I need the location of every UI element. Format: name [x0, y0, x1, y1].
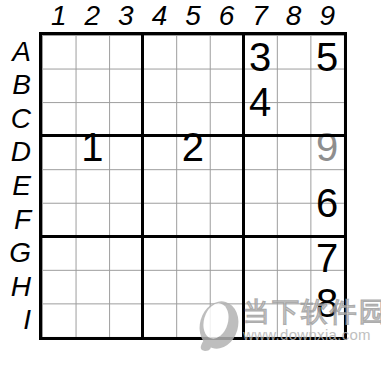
cell-A6[interactable]: [210, 35, 244, 80]
column-label-5: 5: [176, 0, 210, 31]
cell-I7[interactable]: [243, 326, 277, 337]
cell-D5[interactable]: [176, 170, 210, 181]
cell-G7[interactable]: [243, 236, 277, 281]
column-label-7: 7: [243, 0, 277, 31]
cell-C4[interactable]: [143, 125, 177, 170]
cell-F6[interactable]: [210, 226, 244, 237]
cell-I2[interactable]: [76, 326, 110, 337]
cell-D9[interactable]: [310, 170, 344, 181]
cell-E6[interactable]: [210, 181, 244, 226]
cell-H7[interactable]: [243, 281, 277, 326]
cell-A4[interactable]: [143, 35, 177, 80]
cell-G3[interactable]: [109, 236, 143, 281]
cell-F4[interactable]: [143, 226, 177, 237]
cell-E3[interactable]: [109, 181, 143, 226]
cell-G9[interactable]: 7: [310, 236, 344, 281]
cell-F1[interactable]: [42, 226, 76, 237]
cell-F7[interactable]: [243, 226, 277, 237]
cell-D4[interactable]: [143, 170, 177, 181]
cell-E1[interactable]: [42, 181, 76, 226]
row-label-F: F: [0, 203, 34, 237]
cell-H1[interactable]: [42, 281, 76, 326]
column-label-9: 9: [310, 0, 344, 31]
cell-I9[interactable]: [310, 326, 344, 337]
cell-D3[interactable]: [109, 170, 143, 181]
cell-G5[interactable]: [176, 236, 210, 281]
cell-H6[interactable]: [210, 281, 244, 326]
cell-E5[interactable]: [176, 181, 210, 226]
cell-F5[interactable]: [176, 226, 210, 237]
cell-H3[interactable]: [109, 281, 143, 326]
row-label-D: D: [0, 136, 34, 170]
cell-C5[interactable]: 2: [176, 125, 210, 170]
column-label-4: 4: [143, 0, 177, 31]
cell-G4[interactable]: [143, 236, 177, 281]
cell-A5[interactable]: [176, 35, 210, 80]
cell-D6[interactable]: [210, 170, 244, 181]
cell-I8[interactable]: [277, 326, 311, 337]
cell-C7[interactable]: [243, 125, 277, 170]
cell-D2[interactable]: [76, 170, 110, 181]
cell-G8[interactable]: [277, 236, 311, 281]
cell-A9[interactable]: 5: [310, 35, 344, 80]
row-label-B: B: [0, 69, 34, 103]
cell-A1[interactable]: [42, 35, 76, 80]
cell-H2[interactable]: [76, 281, 110, 326]
cell-I6[interactable]: [210, 326, 244, 337]
cell-C6[interactable]: [210, 125, 244, 170]
column-label-1: 1: [42, 0, 76, 31]
cell-C9[interactable]: 9: [310, 125, 344, 170]
cell-H8[interactable]: [277, 281, 311, 326]
cell-C3[interactable]: [109, 125, 143, 170]
cell-F8[interactable]: [277, 226, 311, 237]
row-label-C: C: [0, 102, 34, 136]
cell-D7[interactable]: [243, 170, 277, 181]
cell-B4[interactable]: [143, 80, 177, 125]
column-label-6: 6: [210, 0, 244, 31]
cell-B1[interactable]: [42, 80, 76, 125]
cell-C1[interactable]: [42, 125, 76, 170]
cell-E9[interactable]: 6: [310, 181, 344, 226]
cell-F2[interactable]: [76, 226, 110, 237]
cell-G1[interactable]: [42, 236, 76, 281]
cell-A3[interactable]: [109, 35, 143, 80]
cell-D8[interactable]: [277, 170, 311, 181]
cell-F9[interactable]: [310, 226, 344, 237]
cell-B7[interactable]: 4: [243, 80, 277, 125]
column-label-2: 2: [76, 0, 110, 31]
row-label-I: I: [0, 303, 34, 337]
cell-I5[interactable]: [176, 326, 210, 337]
row-label-H: H: [0, 270, 34, 304]
cell-I3[interactable]: [109, 326, 143, 337]
cell-E8[interactable]: [277, 181, 311, 226]
cell-E7[interactable]: [243, 181, 277, 226]
cell-E2[interactable]: [76, 181, 110, 226]
cell-C8[interactable]: [277, 125, 311, 170]
row-label-G: G: [0, 236, 34, 270]
cell-B5[interactable]: [176, 80, 210, 125]
cell-B3[interactable]: [109, 80, 143, 125]
column-label-3: 3: [109, 0, 143, 31]
row-labels: ABCDEFGHI: [0, 35, 34, 337]
cell-H4[interactable]: [143, 281, 177, 326]
cell-A2[interactable]: [76, 35, 110, 80]
cell-I4[interactable]: [143, 326, 177, 337]
row-label-E: E: [0, 169, 34, 203]
cell-E4[interactable]: [143, 181, 177, 226]
cell-H9[interactable]: 8: [310, 281, 344, 326]
cell-G2[interactable]: [76, 236, 110, 281]
cell-F3[interactable]: [109, 226, 143, 237]
sudoku-page: 123456789 ABCDEFGHI 354129678 当下软件园 www.…: [0, 0, 381, 368]
cell-B2[interactable]: [76, 80, 110, 125]
cell-D1[interactable]: [42, 170, 76, 181]
cell-G6[interactable]: [210, 236, 244, 281]
cell-B8[interactable]: [277, 80, 311, 125]
sudoku-grid: 354129678: [42, 35, 344, 337]
cell-B6[interactable]: [210, 80, 244, 125]
cell-C2[interactable]: 1: [76, 125, 110, 170]
cell-I1[interactable]: [42, 326, 76, 337]
row-label-A: A: [0, 35, 34, 69]
sudoku-board: 354129678: [39, 32, 347, 340]
cell-A7[interactable]: 3: [243, 35, 277, 80]
cell-A8[interactable]: [277, 35, 311, 80]
column-label-8: 8: [277, 0, 311, 31]
cell-B9[interactable]: [310, 80, 344, 125]
column-labels: 123456789: [42, 0, 344, 31]
cell-H5[interactable]: [176, 281, 210, 326]
